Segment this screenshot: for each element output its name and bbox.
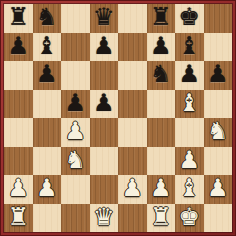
square-b1[interactable] <box>33 204 62 233</box>
square-f2[interactable]: ♟ <box>147 175 176 204</box>
square-f4[interactable] <box>147 118 176 147</box>
piece-white-rook-f1[interactable]: ♜ <box>150 205 172 229</box>
piece-white-pawn-a2[interactable]: ♟ <box>7 176 29 200</box>
piece-white-knight-h4[interactable]: ♞ <box>207 119 229 143</box>
square-g2[interactable]: ♝ <box>175 175 204 204</box>
piece-black-pawn-g6[interactable]: ♟ <box>178 62 200 86</box>
square-d8[interactable]: ♛ <box>90 4 119 33</box>
chess-board-frame: ♜♞♛♜♚♟♝♟♟♝♟♞♟♟♟♟♝♟♞♞♟♟♟♟♟♝♟♜♛♜♚ <box>0 0 236 236</box>
square-e4[interactable] <box>118 118 147 147</box>
square-f6[interactable]: ♞ <box>147 61 176 90</box>
piece-black-queen-d8[interactable]: ♛ <box>93 5 115 29</box>
square-a6[interactable] <box>4 61 33 90</box>
square-e2[interactable]: ♟ <box>118 175 147 204</box>
square-e1[interactable] <box>118 204 147 233</box>
square-g4[interactable] <box>175 118 204 147</box>
square-g3[interactable]: ♟ <box>175 147 204 176</box>
square-b4[interactable] <box>33 118 62 147</box>
square-d3[interactable] <box>90 147 119 176</box>
square-f7[interactable]: ♟ <box>147 33 176 62</box>
piece-white-pawn-e2[interactable]: ♟ <box>121 176 143 200</box>
square-d4[interactable] <box>90 118 119 147</box>
piece-black-pawn-b6[interactable]: ♟ <box>36 62 58 86</box>
square-d7[interactable]: ♟ <box>90 33 119 62</box>
piece-white-pawn-b2[interactable]: ♟ <box>36 176 58 200</box>
square-f5[interactable] <box>147 90 176 119</box>
piece-black-rook-f8[interactable]: ♜ <box>150 5 172 29</box>
square-f1[interactable]: ♜ <box>147 204 176 233</box>
piece-black-pawn-d5[interactable]: ♟ <box>93 91 115 115</box>
square-e7[interactable] <box>118 33 147 62</box>
piece-white-bishop-g5[interactable]: ♝ <box>178 91 200 115</box>
square-b7[interactable]: ♝ <box>33 33 62 62</box>
square-c2[interactable] <box>61 175 90 204</box>
piece-black-knight-b8[interactable]: ♞ <box>36 5 58 29</box>
piece-white-pawn-f2[interactable]: ♟ <box>150 176 172 200</box>
square-a4[interactable] <box>4 118 33 147</box>
piece-white-king-g1[interactable]: ♚ <box>178 205 200 229</box>
square-a1[interactable]: ♜ <box>4 204 33 233</box>
piece-black-king-g8[interactable]: ♚ <box>178 5 200 29</box>
piece-black-pawn-a7[interactable]: ♟ <box>7 34 29 58</box>
square-a8[interactable]: ♜ <box>4 4 33 33</box>
square-c5[interactable]: ♟ <box>61 90 90 119</box>
square-h2[interactable]: ♟ <box>204 175 233 204</box>
piece-white-queen-d1[interactable]: ♛ <box>93 205 115 229</box>
square-g5[interactable]: ♝ <box>175 90 204 119</box>
square-f8[interactable]: ♜ <box>147 4 176 33</box>
square-h7[interactable] <box>204 33 233 62</box>
square-g1[interactable]: ♚ <box>175 204 204 233</box>
square-h5[interactable] <box>204 90 233 119</box>
square-b2[interactable]: ♟ <box>33 175 62 204</box>
square-a7[interactable]: ♟ <box>4 33 33 62</box>
square-a2[interactable]: ♟ <box>4 175 33 204</box>
square-c4[interactable]: ♟ <box>61 118 90 147</box>
square-g8[interactable]: ♚ <box>175 4 204 33</box>
square-g7[interactable]: ♝ <box>175 33 204 62</box>
piece-black-rook-a8[interactable]: ♜ <box>7 5 29 29</box>
square-b5[interactable] <box>33 90 62 119</box>
square-c6[interactable] <box>61 61 90 90</box>
square-d2[interactable] <box>90 175 119 204</box>
square-a3[interactable] <box>4 147 33 176</box>
square-c3[interactable]: ♞ <box>61 147 90 176</box>
square-f3[interactable] <box>147 147 176 176</box>
piece-white-knight-c3[interactable]: ♞ <box>64 148 86 172</box>
square-e5[interactable] <box>118 90 147 119</box>
square-a5[interactable] <box>4 90 33 119</box>
piece-white-pawn-h2[interactable]: ♟ <box>207 176 229 200</box>
piece-black-knight-f6[interactable]: ♞ <box>150 62 172 86</box>
square-b6[interactable]: ♟ <box>33 61 62 90</box>
piece-white-pawn-c4[interactable]: ♟ <box>64 119 86 143</box>
square-b8[interactable]: ♞ <box>33 4 62 33</box>
square-h3[interactable] <box>204 147 233 176</box>
piece-black-bishop-b7[interactable]: ♝ <box>36 34 58 58</box>
piece-black-pawn-f7[interactable]: ♟ <box>150 34 172 58</box>
piece-white-bishop-g2[interactable]: ♝ <box>178 176 200 200</box>
square-d6[interactable] <box>90 61 119 90</box>
square-d5[interactable]: ♟ <box>90 90 119 119</box>
square-b3[interactable] <box>33 147 62 176</box>
square-e8[interactable] <box>118 4 147 33</box>
chess-board: ♜♞♛♜♚♟♝♟♟♝♟♞♟♟♟♟♝♟♞♞♟♟♟♟♟♝♟♜♛♜♚ <box>4 4 232 232</box>
square-h6[interactable]: ♟ <box>204 61 233 90</box>
piece-black-pawn-h6[interactable]: ♟ <box>207 62 229 86</box>
square-c8[interactable] <box>61 4 90 33</box>
square-e3[interactable] <box>118 147 147 176</box>
piece-black-bishop-g7[interactable]: ♝ <box>178 34 200 58</box>
square-e6[interactable] <box>118 61 147 90</box>
piece-white-pawn-g3[interactable]: ♟ <box>178 148 200 172</box>
square-h4[interactable]: ♞ <box>204 118 233 147</box>
square-c1[interactable] <box>61 204 90 233</box>
square-h8[interactable] <box>204 4 233 33</box>
square-h1[interactable] <box>204 204 233 233</box>
piece-white-rook-a1[interactable]: ♜ <box>7 205 29 229</box>
piece-black-pawn-d7[interactable]: ♟ <box>93 34 115 58</box>
piece-black-pawn-c5[interactable]: ♟ <box>64 91 86 115</box>
square-c7[interactable] <box>61 33 90 62</box>
square-d1[interactable]: ♛ <box>90 204 119 233</box>
square-g6[interactable]: ♟ <box>175 61 204 90</box>
